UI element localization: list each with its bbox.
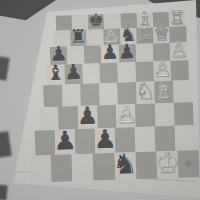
table-shadow-bottom-left bbox=[0, 185, 8, 200]
piece-white-pawn: ♙ bbox=[169, 40, 188, 60]
square-e4 bbox=[117, 82, 136, 105]
square-e3: ♙ bbox=[116, 104, 136, 128]
square-g6 bbox=[152, 43, 170, 62]
square-g8 bbox=[152, 12, 169, 28]
square-b4 bbox=[62, 84, 81, 107]
square-d3 bbox=[97, 105, 117, 129]
square-c5 bbox=[82, 63, 100, 84]
square-g5: ♙ bbox=[153, 61, 171, 82]
piece-white-king: ♔ bbox=[154, 150, 180, 177]
piece-white-knight: ♘ bbox=[135, 82, 155, 104]
piece-black-pawn: ♟ bbox=[118, 42, 137, 62]
square-a6: ♟ bbox=[50, 46, 68, 65]
square-h7 bbox=[170, 26, 187, 43]
piece-black-knight: ♞ bbox=[119, 25, 137, 44]
square-h4 bbox=[173, 80, 192, 103]
square-d4 bbox=[99, 83, 118, 106]
piece-white-pawn: ♙ bbox=[103, 26, 121, 45]
square-a2 bbox=[35, 130, 56, 156]
square-e8 bbox=[120, 13, 137, 29]
piece-white-bishop: ♗ bbox=[153, 81, 173, 103]
piece-white-queen: ♕ bbox=[153, 24, 171, 43]
square-b2: ♟ bbox=[55, 129, 76, 155]
square-g3 bbox=[154, 103, 174, 127]
square-h8: ♖ bbox=[169, 11, 186, 27]
square-g4: ♗ bbox=[154, 81, 173, 104]
square-e1: ♞ bbox=[114, 152, 136, 180]
square-c6 bbox=[84, 45, 102, 64]
piece-white-bishop: ♗ bbox=[136, 9, 153, 27]
piece-white-pawn: ♙ bbox=[152, 60, 172, 81]
square-b5: ♟ bbox=[64, 64, 82, 85]
square-f3 bbox=[135, 103, 155, 127]
square-h3 bbox=[174, 102, 194, 126]
square-e6: ♟ bbox=[118, 44, 136, 63]
square-f7: ♖ bbox=[136, 27, 153, 44]
piece-black-pawn: ♟ bbox=[64, 63, 84, 84]
square-b6 bbox=[67, 46, 85, 65]
chessboard: ♚♗♖♜♙♞♖♕♟♟♟♙♝♟♙♘♗♟♙♟♟♞♔❖ bbox=[0, 11, 200, 184]
piece-black-knight: ♞ bbox=[112, 151, 138, 178]
square-b7: ♜ bbox=[70, 30, 87, 47]
square-e5 bbox=[117, 62, 135, 83]
piece-white-rook: ♖ bbox=[136, 24, 154, 43]
square-g2 bbox=[155, 126, 176, 152]
square-c1 bbox=[72, 154, 94, 182]
square-a7 bbox=[53, 30, 70, 47]
square-e7: ♞ bbox=[120, 28, 137, 45]
square-d8 bbox=[104, 14, 121, 30]
square-b1 bbox=[51, 154, 73, 182]
square-f1 bbox=[135, 151, 157, 179]
square-c4 bbox=[80, 83, 99, 106]
square-a8 bbox=[56, 15, 73, 31]
square-g1: ♔ bbox=[156, 151, 178, 179]
square-d5 bbox=[100, 63, 118, 84]
piece-black-pawn: ♟ bbox=[49, 44, 68, 64]
square-g7: ♕ bbox=[153, 27, 170, 44]
piece-white-pawn: ♙ bbox=[115, 103, 137, 127]
piece-black-pawn: ♟ bbox=[101, 43, 120, 63]
piece-black-pawn: ♟ bbox=[53, 128, 77, 153]
square-f4: ♘ bbox=[136, 81, 155, 104]
square-a4 bbox=[43, 85, 62, 108]
board-maker-emblem: ❖ bbox=[184, 158, 193, 168]
square-c8: ♚ bbox=[88, 14, 105, 30]
square-a1 bbox=[30, 155, 52, 183]
square-a3 bbox=[39, 107, 59, 131]
square-a5: ♝ bbox=[46, 65, 64, 86]
square-f5 bbox=[135, 61, 153, 82]
square-h6: ♙ bbox=[170, 42, 188, 61]
square-d7: ♙ bbox=[103, 29, 120, 46]
piece-black-rook: ♜ bbox=[70, 27, 88, 46]
piece-black-pawn: ♟ bbox=[93, 127, 117, 152]
square-b8 bbox=[72, 15, 89, 31]
square-h2 bbox=[175, 125, 196, 151]
square-f8: ♗ bbox=[136, 12, 153, 28]
piece-black-pawn: ♟ bbox=[76, 105, 98, 129]
square-h1: ❖ bbox=[177, 150, 199, 178]
square-c2 bbox=[75, 129, 96, 155]
square-f2 bbox=[135, 126, 156, 152]
square-c7 bbox=[86, 29, 103, 46]
square-e2 bbox=[115, 127, 136, 153]
square-b3 bbox=[58, 106, 78, 130]
piece-black-king: ♚ bbox=[88, 11, 105, 29]
square-f6 bbox=[135, 43, 153, 62]
square-h5 bbox=[171, 60, 189, 81]
piece-white-rook: ♖ bbox=[168, 8, 185, 26]
square-c3: ♟ bbox=[77, 105, 97, 129]
square-d1 bbox=[93, 153, 115, 181]
square-d6: ♟ bbox=[101, 45, 119, 64]
photo-scene: ♚♗♖♜♙♞♖♕♟♟♟♙♝♟♙♘♗♟♙♟♟♞♔❖ bbox=[0, 0, 200, 200]
square-d2: ♟ bbox=[95, 128, 116, 154]
piece-black-bishop: ♝ bbox=[46, 64, 66, 85]
